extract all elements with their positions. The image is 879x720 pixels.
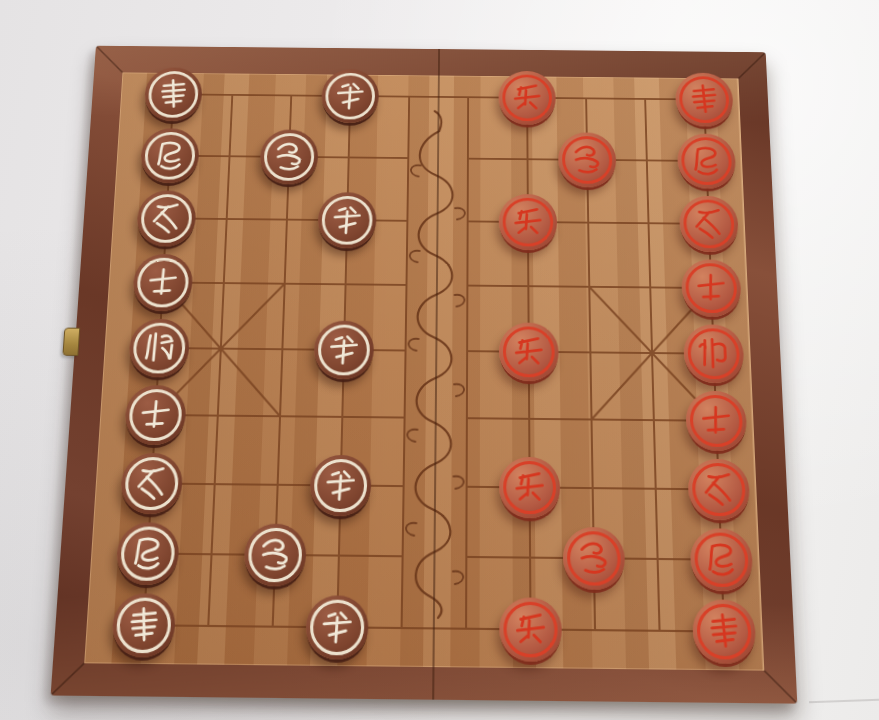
piece-character-icon xyxy=(567,141,608,180)
board-point-c3[interactable] xyxy=(256,188,318,252)
piece-red-cannon[interactable] xyxy=(563,527,626,590)
piece-black-cannon[interactable] xyxy=(259,129,319,184)
piece-red-elephant[interactable] xyxy=(687,459,750,521)
piece-red-soldier[interactable] xyxy=(499,457,560,519)
board-point-d6[interactable] xyxy=(310,383,374,451)
piece-character-icon xyxy=(323,329,366,370)
piece-character-icon xyxy=(572,536,616,580)
board-point-i7[interactable] xyxy=(623,454,688,524)
piece-character-icon xyxy=(684,81,725,119)
xiangqi-board xyxy=(51,46,798,704)
board-point-b7[interactable] xyxy=(181,449,247,519)
board-point-e5[interactable] xyxy=(374,317,437,384)
board-point-i2[interactable] xyxy=(616,129,677,192)
board-point-g3[interactable] xyxy=(498,190,559,254)
board-point-d7[interactable] xyxy=(308,451,373,521)
piece-character-icon xyxy=(315,605,360,650)
board-point-c6[interactable] xyxy=(248,382,313,450)
board-point-h5[interactable] xyxy=(559,319,622,386)
board-point-h6[interactable] xyxy=(560,385,623,453)
piece-character-icon xyxy=(508,331,550,372)
board-point-i8[interactable] xyxy=(625,523,691,595)
board-point-d1[interactable] xyxy=(320,66,380,127)
piece-black-horse[interactable] xyxy=(139,128,200,183)
board-point-g1[interactable] xyxy=(498,67,557,128)
board-point-h7[interactable] xyxy=(561,453,625,523)
board-point-h8[interactable] xyxy=(562,523,627,595)
piece-character-icon xyxy=(692,333,735,374)
board-point-g6[interactable] xyxy=(498,385,561,453)
board-point-a4[interactable] xyxy=(131,250,195,315)
board-point-a5[interactable] xyxy=(126,315,191,382)
board-point-e7[interactable] xyxy=(371,451,435,521)
board-point-f2[interactable] xyxy=(438,127,498,190)
board-point-h9[interactable] xyxy=(562,594,628,667)
board-point-b8[interactable] xyxy=(178,519,245,591)
piece-character-icon xyxy=(133,394,177,436)
board-point-g8[interactable] xyxy=(498,522,562,594)
board-point-e6[interactable] xyxy=(373,384,436,452)
board-field xyxy=(84,72,764,670)
piece-red-chariot[interactable] xyxy=(692,599,757,664)
board-point-j6[interactable] xyxy=(684,387,749,456)
piece-red-soldier[interactable] xyxy=(499,322,559,381)
board-point-d3[interactable] xyxy=(316,188,378,252)
board-point-e8[interactable] xyxy=(370,521,435,593)
piece-character-icon xyxy=(326,200,368,240)
piece-character-icon xyxy=(268,138,310,177)
piece-character-icon xyxy=(121,603,167,648)
board-point-g7[interactable] xyxy=(498,453,561,523)
board-point-g4[interactable] xyxy=(498,254,559,319)
piece-character-icon xyxy=(686,142,728,181)
piece-black-soldier[interactable] xyxy=(305,595,369,660)
board-point-i3[interactable] xyxy=(618,191,680,255)
board-point-f7[interactable] xyxy=(435,452,498,522)
board-point-d8[interactable] xyxy=(306,520,371,592)
board-point-d9[interactable] xyxy=(304,591,370,664)
board-point-f1[interactable] xyxy=(438,67,497,128)
board-point-j2[interactable] xyxy=(676,130,738,193)
piece-character-icon xyxy=(141,262,184,302)
piece-red-soldier[interactable] xyxy=(499,597,562,662)
board-point-h3[interactable] xyxy=(558,191,619,255)
board-point-b2[interactable] xyxy=(198,125,260,188)
board-point-d4[interactable] xyxy=(314,252,377,317)
board-point-g9[interactable] xyxy=(498,593,563,666)
piece-character-icon xyxy=(145,199,188,239)
board-point-b1[interactable] xyxy=(201,64,263,125)
board-point-i4[interactable] xyxy=(619,255,682,321)
board-point-b6[interactable] xyxy=(185,382,250,450)
piece-character-icon xyxy=(507,202,548,242)
board-point-d5[interactable] xyxy=(312,317,375,384)
piece-character-icon xyxy=(690,268,733,309)
piece-black-soldier[interactable] xyxy=(313,320,374,379)
piece-black-soldier[interactable] xyxy=(317,192,377,249)
piece-character-icon xyxy=(253,533,298,577)
board-point-a9[interactable] xyxy=(109,589,177,662)
piece-character-icon xyxy=(697,468,741,511)
board-point-f4[interactable] xyxy=(437,253,498,318)
board-point-b4[interactable] xyxy=(192,251,256,316)
board-point-f3[interactable] xyxy=(437,190,498,254)
piece-character-icon xyxy=(507,79,547,117)
board-point-c1[interactable] xyxy=(261,65,322,126)
piece-character-icon xyxy=(694,400,738,442)
board-point-a6[interactable] xyxy=(122,381,188,449)
piece-black-general[interactable] xyxy=(128,319,191,378)
piece-black-horse[interactable] xyxy=(115,522,180,585)
board-point-a3[interactable] xyxy=(134,187,198,251)
board-point-a1[interactable] xyxy=(142,64,204,125)
board-point-b9[interactable] xyxy=(174,590,242,663)
board-point-a7[interactable] xyxy=(118,449,185,519)
piece-black-chariot[interactable] xyxy=(143,67,203,121)
board-point-a2[interactable] xyxy=(138,125,201,188)
piece-black-soldier[interactable] xyxy=(309,455,371,517)
board-point-g5[interactable] xyxy=(498,318,560,385)
piece-character-icon xyxy=(699,538,744,582)
piece-black-soldier[interactable] xyxy=(321,69,379,123)
board-point-g2[interactable] xyxy=(498,128,558,191)
board-point-e4[interactable] xyxy=(375,252,437,317)
board-frame xyxy=(51,46,798,704)
piece-black-chariot[interactable] xyxy=(111,593,177,658)
piece-character-icon xyxy=(149,136,191,175)
board-point-i1[interactable] xyxy=(615,68,676,129)
board-point-j4[interactable] xyxy=(680,255,743,321)
board-point-d2[interactable] xyxy=(318,126,379,189)
piece-character-icon xyxy=(137,327,181,368)
board-point-a8[interactable] xyxy=(114,518,182,590)
piece-black-cannon[interactable] xyxy=(243,523,307,586)
piece-red-soldier[interactable] xyxy=(499,71,556,125)
board-point-f9[interactable] xyxy=(433,592,498,665)
board-point-e3[interactable] xyxy=(377,189,438,253)
piece-red-cannon[interactable] xyxy=(558,132,617,187)
piece-black-elephant[interactable] xyxy=(119,453,183,515)
piece-character-icon xyxy=(319,464,363,507)
board-point-c9[interactable] xyxy=(239,590,306,663)
piece-red-advisor[interactable] xyxy=(681,259,742,317)
board-point-h2[interactable] xyxy=(557,129,618,192)
board-point-e1[interactable] xyxy=(379,66,439,127)
piece-black-advisor[interactable] xyxy=(124,385,188,445)
board-point-c8[interactable] xyxy=(242,519,308,591)
piece-red-advisor[interactable] xyxy=(685,391,748,452)
piece-black-elephant[interactable] xyxy=(136,190,197,247)
piece-red-horse[interactable] xyxy=(690,528,754,591)
board-point-i6[interactable] xyxy=(622,386,686,455)
piece-character-icon xyxy=(508,466,551,509)
board-point-c4[interactable] xyxy=(253,251,316,316)
piece-red-elephant[interactable] xyxy=(679,196,739,253)
piece-character-icon xyxy=(152,75,194,113)
piece-character-icon xyxy=(509,607,553,652)
piece-red-horse[interactable] xyxy=(677,133,737,188)
board-point-j5[interactable] xyxy=(682,320,746,387)
piece-character-icon xyxy=(330,77,371,115)
piece-character-icon xyxy=(129,462,174,505)
board-point-e9[interactable] xyxy=(369,592,435,665)
board-point-j9[interactable] xyxy=(691,595,758,668)
board-point-f6[interactable] xyxy=(435,384,498,452)
piece-red-chariot[interactable] xyxy=(675,73,734,127)
brass-latch-icon xyxy=(62,328,80,356)
board-point-b3[interactable] xyxy=(195,187,258,251)
board-point-c7[interactable] xyxy=(245,450,310,520)
piece-black-advisor[interactable] xyxy=(132,254,194,312)
piece-red-general[interactable] xyxy=(683,324,745,383)
board-point-h1[interactable] xyxy=(556,68,616,129)
board-point-j1[interactable] xyxy=(674,69,735,130)
board-point-f8[interactable] xyxy=(434,521,498,593)
board-point-c2[interactable] xyxy=(258,126,320,189)
board-point-h4[interactable] xyxy=(558,254,620,320)
piece-character-icon xyxy=(701,609,746,654)
board-point-j3[interactable] xyxy=(678,192,741,256)
board-point-j7[interactable] xyxy=(686,455,752,525)
piece-red-soldier[interactable] xyxy=(499,194,558,251)
board-point-j8[interactable] xyxy=(688,524,754,596)
board-point-i5[interactable] xyxy=(620,320,683,387)
piece-character-icon xyxy=(688,204,730,244)
board-point-b5[interactable] xyxy=(188,315,253,382)
piece-character-icon xyxy=(125,532,171,576)
board-point-i9[interactable] xyxy=(627,594,693,667)
board-point-f5[interactable] xyxy=(436,318,498,385)
board-point-c5[interactable] xyxy=(250,316,314,383)
board-point-e2[interactable] xyxy=(378,127,438,190)
